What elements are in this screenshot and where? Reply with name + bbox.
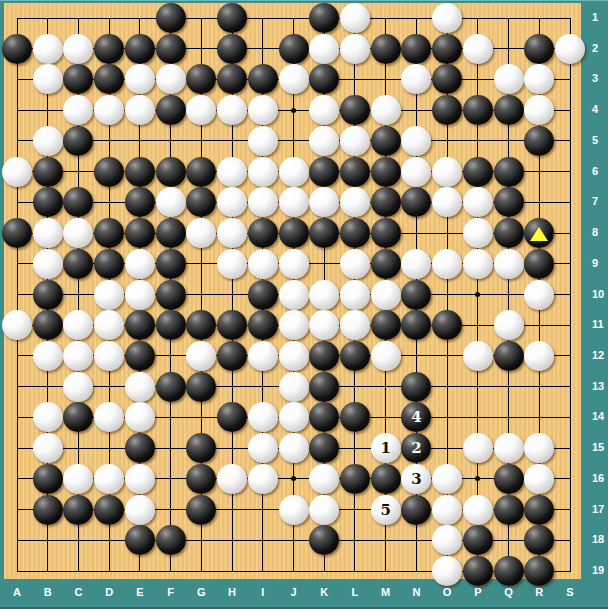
black-stone-K12[interactable]: [309, 341, 339, 371]
white-stone-O9[interactable]: [432, 249, 462, 279]
grid-line-horizontal: [17, 140, 571, 141]
black-stone-D17[interactable]: [94, 495, 124, 525]
white-stone-F7[interactable]: [156, 187, 186, 217]
row-label-12: 12: [592, 349, 608, 361]
black-stone-G6[interactable]: [186, 157, 216, 187]
move-number-label: 4: [411, 402, 421, 432]
column-label-J: J: [284, 586, 304, 598]
black-stone-F11[interactable]: [156, 310, 186, 340]
move-number-label: 5: [380, 495, 390, 525]
black-stone-Q16[interactable]: [494, 464, 524, 494]
column-label-L: L: [345, 586, 365, 598]
black-stone-N17[interactable]: [401, 495, 431, 525]
black-stone-Q8[interactable]: [494, 218, 524, 248]
row-label-18: 18: [592, 533, 608, 545]
white-stone-B9[interactable]: [33, 249, 63, 279]
white-stone-I14[interactable]: [248, 402, 278, 432]
column-label-I: I: [253, 586, 273, 598]
white-stone-R16[interactable]: [524, 464, 554, 494]
white-stone-J12[interactable]: [279, 341, 309, 371]
black-stone-B7[interactable]: [33, 187, 63, 217]
column-label-C: C: [68, 586, 88, 598]
white-stone-J10[interactable]: [279, 280, 309, 310]
white-stone-L5[interactable]: [340, 126, 370, 156]
column-label-E: E: [130, 586, 150, 598]
white-stone-K17[interactable]: [309, 495, 339, 525]
row-label-13: 13: [592, 380, 608, 392]
black-stone-G13[interactable]: [186, 372, 216, 402]
white-stone-D12[interactable]: [94, 341, 124, 371]
white-stone-J6[interactable]: [279, 157, 309, 187]
row-label-3: 3: [592, 72, 608, 84]
white-stone-J13[interactable]: [279, 372, 309, 402]
white-stone-Q11[interactable]: [494, 310, 524, 340]
white-stone-S2[interactable]: [555, 34, 585, 64]
white-stone-M17[interactable]: 5: [371, 495, 401, 525]
black-stone-F1[interactable]: [156, 3, 186, 33]
white-stone-O1[interactable]: [432, 3, 462, 33]
black-stone-F9[interactable]: [156, 249, 186, 279]
black-stone-H2[interactable]: [217, 34, 247, 64]
white-stone-Q15[interactable]: [494, 433, 524, 463]
row-label-14: 14: [592, 410, 608, 422]
star-point: [291, 108, 296, 113]
white-stone-A11[interactable]: [2, 310, 32, 340]
white-stone-K5[interactable]: [309, 126, 339, 156]
white-stone-R10[interactable]: [524, 280, 554, 310]
black-stone-F4[interactable]: [156, 95, 186, 125]
move-number-label: 1: [380, 433, 390, 463]
white-stone-I12[interactable]: [248, 341, 278, 371]
black-stone-M7[interactable]: [371, 187, 401, 217]
white-stone-H9[interactable]: [217, 249, 247, 279]
white-stone-B8[interactable]: [33, 218, 63, 248]
black-stone-K13[interactable]: [309, 372, 339, 402]
black-stone-D8[interactable]: [94, 218, 124, 248]
black-stone-G17[interactable]: [186, 495, 216, 525]
black-stone-B16[interactable]: [33, 464, 63, 494]
white-stone-L9[interactable]: [340, 249, 370, 279]
black-stone-N10[interactable]: [401, 280, 431, 310]
black-stone-E7[interactable]: [125, 187, 155, 217]
black-stone-I10[interactable]: [248, 280, 278, 310]
black-stone-B6[interactable]: [33, 157, 63, 187]
black-stone-M2[interactable]: [371, 34, 401, 64]
column-label-H: H: [222, 586, 242, 598]
grid-line-horizontal: [17, 18, 571, 19]
black-stone-H12[interactable]: [217, 341, 247, 371]
row-label-9: 9: [592, 257, 608, 269]
black-stone-C17[interactable]: [63, 495, 93, 525]
black-stone-P6[interactable]: [463, 157, 493, 187]
black-stone-P18[interactable]: [463, 525, 493, 555]
black-stone-R2[interactable]: [524, 34, 554, 64]
white-stone-P7[interactable]: [463, 187, 493, 217]
black-stone-L4[interactable]: [340, 95, 370, 125]
black-stone-R19[interactable]: [524, 556, 554, 586]
black-stone-P19[interactable]: [463, 556, 493, 586]
go-app-window: 41235ABCDEFGHIJKLMNOPQRS1234567891011121…: [0, 0, 608, 609]
black-stone-M5[interactable]: [371, 126, 401, 156]
white-stone-M4[interactable]: [371, 95, 401, 125]
white-stone-L1[interactable]: [340, 3, 370, 33]
white-stone-C13[interactable]: [63, 372, 93, 402]
white-stone-J9[interactable]: [279, 249, 309, 279]
white-stone-B12[interactable]: [33, 341, 63, 371]
row-label-10: 10: [592, 288, 608, 300]
column-label-K: K: [314, 586, 334, 598]
white-stone-P12[interactable]: [463, 341, 493, 371]
black-stone-G16[interactable]: [186, 464, 216, 494]
row-label-15: 15: [592, 441, 608, 453]
column-label-A: A: [7, 586, 27, 598]
black-stone-Q17[interactable]: [494, 495, 524, 525]
black-stone-H11[interactable]: [217, 310, 247, 340]
white-stone-B2[interactable]: [33, 34, 63, 64]
white-stone-I9[interactable]: [248, 249, 278, 279]
white-stone-H8[interactable]: [217, 218, 247, 248]
white-stone-J17[interactable]: [279, 495, 309, 525]
row-label-11: 11: [592, 318, 608, 330]
white-stone-K2[interactable]: [309, 34, 339, 64]
white-stone-J11[interactable]: [279, 310, 309, 340]
white-stone-E13[interactable]: [125, 372, 155, 402]
white-stone-L2[interactable]: [340, 34, 370, 64]
move-number-label: 2: [411, 433, 421, 463]
column-label-D: D: [99, 586, 119, 598]
row-label-19: 19: [592, 564, 608, 576]
column-label-B: B: [38, 586, 58, 598]
row-label-5: 5: [592, 134, 608, 146]
column-label-F: F: [161, 586, 181, 598]
white-stone-N9[interactable]: [401, 249, 431, 279]
black-stone-J2[interactable]: [279, 34, 309, 64]
column-label-S: S: [560, 586, 580, 598]
grid-line-vertical: [570, 18, 571, 572]
black-stone-C9[interactable]: [63, 249, 93, 279]
black-stone-Q7[interactable]: [494, 187, 524, 217]
white-stone-P15[interactable]: [463, 433, 493, 463]
white-stone-P17[interactable]: [463, 495, 493, 525]
black-stone-E8[interactable]: [125, 218, 155, 248]
white-stone-I16[interactable]: [248, 464, 278, 494]
black-stone-E6[interactable]: [125, 157, 155, 187]
black-stone-L16[interactable]: [340, 464, 370, 494]
white-stone-E9[interactable]: [125, 249, 155, 279]
black-stone-D9[interactable]: [94, 249, 124, 279]
black-stone-L6[interactable]: [340, 157, 370, 187]
white-stone-J3[interactable]: [279, 64, 309, 94]
black-stone-L12[interactable]: [340, 341, 370, 371]
white-stone-I5[interactable]: [248, 126, 278, 156]
white-stone-L11[interactable]: [340, 310, 370, 340]
black-stone-K6[interactable]: [309, 157, 339, 187]
white-stone-H6[interactable]: [217, 157, 247, 187]
grid-line-vertical: [17, 18, 18, 572]
white-stone-A6[interactable]: [2, 157, 32, 187]
white-stone-P9[interactable]: [463, 249, 493, 279]
row-label-17: 17: [592, 503, 608, 515]
black-stone-E15[interactable]: [125, 433, 155, 463]
black-stone-E2[interactable]: [125, 34, 155, 64]
white-stone-L7[interactable]: [340, 187, 370, 217]
white-stone-F3[interactable]: [156, 64, 186, 94]
black-stone-E11[interactable]: [125, 310, 155, 340]
black-stone-F10[interactable]: [156, 280, 186, 310]
white-stone-C2[interactable]: [63, 34, 93, 64]
black-stone-M16[interactable]: [371, 464, 401, 494]
black-stone-D2[interactable]: [94, 34, 124, 64]
white-stone-I6[interactable]: [248, 157, 278, 187]
white-stone-B3[interactable]: [33, 64, 63, 94]
black-stone-Q4[interactable]: [494, 95, 524, 125]
white-stone-H16[interactable]: [217, 464, 247, 494]
column-label-O: O: [437, 586, 457, 598]
black-stone-M6[interactable]: [371, 157, 401, 187]
black-stone-K1[interactable]: [309, 3, 339, 33]
white-stone-M10[interactable]: [371, 280, 401, 310]
black-stone-H1[interactable]: [217, 3, 247, 33]
white-stone-E4[interactable]: [125, 95, 155, 125]
white-stone-E17[interactable]: [125, 495, 155, 525]
white-stone-J7[interactable]: [279, 187, 309, 217]
black-stone-F2[interactable]: [156, 34, 186, 64]
move-number-label: 3: [411, 464, 421, 494]
black-stone-N2[interactable]: [401, 34, 431, 64]
white-stone-M15[interactable]: 1: [371, 433, 401, 463]
white-stone-I4[interactable]: [248, 95, 278, 125]
black-stone-N13[interactable]: [401, 372, 431, 402]
column-label-R: R: [529, 586, 549, 598]
black-stone-R17[interactable]: [524, 495, 554, 525]
white-stone-L10[interactable]: [340, 280, 370, 310]
black-stone-B10[interactable]: [33, 280, 63, 310]
white-stone-Q9[interactable]: [494, 249, 524, 279]
white-stone-B14[interactable]: [33, 402, 63, 432]
row-label-4: 4: [592, 103, 608, 115]
black-stone-E12[interactable]: [125, 341, 155, 371]
row-label-6: 6: [592, 165, 608, 177]
black-stone-A2[interactable]: [2, 34, 32, 64]
white-stone-Q3[interactable]: [494, 64, 524, 94]
black-stone-Q19[interactable]: [494, 556, 524, 586]
white-stone-R12[interactable]: [524, 341, 554, 371]
white-stone-C16[interactable]: [63, 464, 93, 494]
white-stone-J15[interactable]: [279, 433, 309, 463]
white-stone-E10[interactable]: [125, 280, 155, 310]
black-stone-B17[interactable]: [33, 495, 63, 525]
black-stone-B11[interactable]: [33, 310, 63, 340]
black-stone-D6[interactable]: [94, 157, 124, 187]
white-stone-E16[interactable]: [125, 464, 155, 494]
row-label-2: 2: [592, 42, 608, 54]
white-stone-G12[interactable]: [186, 341, 216, 371]
column-label-Q: Q: [499, 586, 519, 598]
black-stone-I11[interactable]: [248, 310, 278, 340]
column-label-G: G: [191, 586, 211, 598]
white-stone-I7[interactable]: [248, 187, 278, 217]
black-stone-P4[interactable]: [463, 95, 493, 125]
black-stone-M8[interactable]: [371, 218, 401, 248]
black-stone-R5[interactable]: [524, 126, 554, 156]
row-label-8: 8: [592, 226, 608, 238]
column-label-P: P: [468, 586, 488, 598]
black-stone-M11[interactable]: [371, 310, 401, 340]
black-stone-R8[interactable]: [524, 218, 554, 248]
triangle-marker: [530, 227, 548, 241]
column-label-M: M: [376, 586, 396, 598]
white-stone-D10[interactable]: [94, 280, 124, 310]
white-stone-D16[interactable]: [94, 464, 124, 494]
black-stone-F6[interactable]: [156, 157, 186, 187]
row-label-1: 1: [592, 11, 608, 23]
white-stone-P8[interactable]: [463, 218, 493, 248]
white-stone-J14[interactable]: [279, 402, 309, 432]
white-stone-M12[interactable]: [371, 341, 401, 371]
black-stone-O2[interactable]: [432, 34, 462, 64]
black-stone-E18[interactable]: [125, 525, 155, 555]
white-stone-H4[interactable]: [217, 95, 247, 125]
white-stone-P2[interactable]: [463, 34, 493, 64]
black-stone-I3[interactable]: [248, 64, 278, 94]
black-stone-I8[interactable]: [248, 218, 278, 248]
black-stone-F13[interactable]: [156, 372, 186, 402]
white-stone-I15[interactable]: [248, 433, 278, 463]
black-stone-R9[interactable]: [524, 249, 554, 279]
white-stone-B15[interactable]: [33, 433, 63, 463]
black-stone-L8[interactable]: [340, 218, 370, 248]
white-stone-O19[interactable]: [432, 556, 462, 586]
row-label-16: 16: [592, 472, 608, 484]
white-stone-K16[interactable]: [309, 464, 339, 494]
black-stone-J8[interactable]: [279, 218, 309, 248]
white-stone-N16[interactable]: 3: [401, 464, 431, 494]
row-label-7: 7: [592, 195, 608, 207]
white-stone-B5[interactable]: [33, 126, 63, 156]
black-stone-K8[interactable]: [309, 218, 339, 248]
column-label-N: N: [406, 586, 426, 598]
white-stone-N6[interactable]: [401, 157, 431, 187]
black-stone-M9[interactable]: [371, 249, 401, 279]
black-stone-F8[interactable]: [156, 218, 186, 248]
white-stone-O16[interactable]: [432, 464, 462, 494]
black-stone-Q12[interactable]: [494, 341, 524, 371]
black-stone-A8[interactable]: [2, 218, 32, 248]
white-stone-K10[interactable]: [309, 280, 339, 310]
white-stone-O17[interactable]: [432, 495, 462, 525]
white-stone-O6[interactable]: [432, 157, 462, 187]
black-stone-F18[interactable]: [156, 525, 186, 555]
black-stone-Q6[interactable]: [494, 157, 524, 187]
